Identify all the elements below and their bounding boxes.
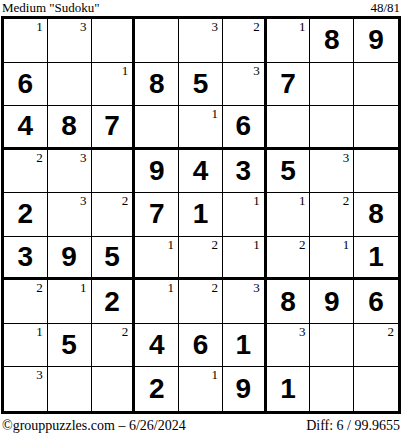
cell-value: 4 xyxy=(149,331,165,359)
cell-r9c4: 2 xyxy=(135,367,179,411)
cell-r1c4[interactable] xyxy=(135,19,179,63)
cell-value: 6 xyxy=(368,288,384,316)
pencil-mark: 1 xyxy=(299,20,306,34)
cell-value: 9 xyxy=(368,26,384,54)
cell-r2c1: 6 xyxy=(4,63,48,107)
puzzle-title: Medium "Sudoku" xyxy=(2,1,100,15)
cell-r4c5: 4 xyxy=(179,150,223,194)
cell-r5c9: 8 xyxy=(354,193,398,237)
cell-value: 5 xyxy=(104,243,120,271)
cell-r3c3: 7 xyxy=(92,106,136,150)
cell-r5c5: 1 xyxy=(179,193,223,237)
cell-r6c9: 1 xyxy=(354,237,398,281)
cell-r7c6[interactable]: 3 xyxy=(223,280,267,324)
cell-r6c3: 5 xyxy=(92,237,136,281)
cell-r6c6[interactable]: 1 xyxy=(223,237,267,281)
cell-r3c5[interactable]: 1 xyxy=(179,106,223,150)
cell-value: 9 xyxy=(61,243,77,271)
pencil-mark: 3 xyxy=(299,325,306,339)
cell-r9c2[interactable] xyxy=(48,367,92,411)
cell-r1c5[interactable]: 3 xyxy=(179,19,223,63)
pencil-mark: 2 xyxy=(388,325,395,339)
cell-r6c8[interactable]: 1 xyxy=(310,237,354,281)
cell-value: 8 xyxy=(149,70,165,98)
cell-value: 6 xyxy=(18,70,34,98)
pencil-mark: 1 xyxy=(211,368,218,382)
pencil-mark: 1 xyxy=(36,325,43,339)
cell-value: 8 xyxy=(280,288,296,316)
cell-r3c6: 6 xyxy=(223,106,267,150)
cell-r7c9: 6 xyxy=(354,280,398,324)
cell-value: 5 xyxy=(280,157,296,185)
cell-value: 5 xyxy=(193,70,209,98)
cell-r4c4: 9 xyxy=(135,150,179,194)
pencil-mark: 3 xyxy=(80,20,87,34)
cell-value: 8 xyxy=(324,26,340,54)
cell-r4c7: 5 xyxy=(267,150,311,194)
pencil-mark: 1 xyxy=(80,281,87,295)
cell-r1c3[interactable] xyxy=(92,19,136,63)
cell-r6c1: 3 xyxy=(4,237,48,281)
cell-value: 1 xyxy=(235,331,251,359)
cell-r4c3[interactable] xyxy=(92,150,136,194)
cell-r5c7[interactable]: 1 xyxy=(267,193,311,237)
cell-r8c9[interactable]: 2 xyxy=(354,324,398,368)
cell-value: 3 xyxy=(235,157,251,185)
cell-r2c6[interactable]: 3 xyxy=(223,63,267,107)
cell-r6c7[interactable]: 2 xyxy=(267,237,311,281)
cell-value: 6 xyxy=(193,331,209,359)
pencil-mark: 3 xyxy=(253,281,260,295)
footer: ©grouppuzzles.com – 6/26/2024 Diff: 6 / … xyxy=(0,414,402,433)
cell-value: 2 xyxy=(18,200,34,228)
pencil-mark: 1 xyxy=(122,64,129,78)
cell-r7c8: 9 xyxy=(310,280,354,324)
cell-r8c6: 1 xyxy=(223,324,267,368)
cell-value: 2 xyxy=(104,288,120,316)
cell-value: 4 xyxy=(193,157,209,185)
cell-r5c4: 7 xyxy=(135,193,179,237)
cell-value: 8 xyxy=(61,112,77,140)
cell-r8c4: 4 xyxy=(135,324,179,368)
cell-r1c1[interactable]: 1 xyxy=(4,19,48,63)
pencil-mark: 2 xyxy=(211,238,218,252)
cell-r4c6: 3 xyxy=(223,150,267,194)
cell-value: 7 xyxy=(149,200,165,228)
cell-r7c2[interactable]: 1 xyxy=(48,280,92,324)
cell-r2c5: 5 xyxy=(179,63,223,107)
cell-r8c2: 5 xyxy=(48,324,92,368)
cell-value: 1 xyxy=(193,200,209,228)
cell-r5c1: 2 xyxy=(4,193,48,237)
cell-r2c9[interactable] xyxy=(354,63,398,107)
cell-value: 2 xyxy=(149,375,165,403)
cell-r4c8[interactable]: 3 xyxy=(310,150,354,194)
cell-value: 3 xyxy=(18,243,34,271)
pencil-mark: 2 xyxy=(343,194,350,208)
pencil-mark: 2 xyxy=(122,194,129,208)
pencil-mark: 1 xyxy=(36,20,43,34)
cell-r8c1[interactable]: 1 xyxy=(4,324,48,368)
cell-r7c3: 2 xyxy=(92,280,136,324)
pencil-mark: 3 xyxy=(80,194,87,208)
pencil-mark: 1 xyxy=(253,194,260,208)
cell-r5c6[interactable]: 1 xyxy=(223,193,267,237)
cell-r8c3[interactable]: 2 xyxy=(92,324,136,368)
pencil-mark: 2 xyxy=(299,238,306,252)
cell-r1c2[interactable]: 3 xyxy=(48,19,92,63)
cell-r4c2[interactable]: 3 xyxy=(48,150,92,194)
cell-r2c2[interactable] xyxy=(48,63,92,107)
cell-r7c7: 8 xyxy=(267,280,311,324)
cell-r2c7: 7 xyxy=(267,63,311,107)
cell-r5c3[interactable]: 2 xyxy=(92,193,136,237)
pencil-mark: 1 xyxy=(211,107,218,121)
header: Medium "Sudoku" 48/81 xyxy=(0,0,402,16)
pencil-mark: 3 xyxy=(80,151,87,165)
cell-r3c4[interactable] xyxy=(135,106,179,150)
pencil-mark: 1 xyxy=(343,238,350,252)
cell-r3c2: 8 xyxy=(48,106,92,150)
cell-r3c7[interactable] xyxy=(267,106,311,150)
sudoku-page: Medium "Sudoku" 48/81 133218961853748716… xyxy=(0,0,402,433)
cell-r1c6[interactable]: 2 xyxy=(223,19,267,63)
cell-r9c6: 9 xyxy=(223,367,267,411)
cell-r3c8[interactable] xyxy=(310,106,354,150)
cell-r8c7[interactable]: 3 xyxy=(267,324,311,368)
cell-value: 1 xyxy=(280,375,296,403)
cell-r6c5[interactable]: 2 xyxy=(179,237,223,281)
pencil-mark: 2 xyxy=(211,281,218,295)
sudoku-grid: 1332189618537487162394353232711128395121… xyxy=(4,19,398,411)
pencil-mark: 3 xyxy=(36,368,43,382)
cell-r6c2: 9 xyxy=(48,237,92,281)
cell-value: 5 xyxy=(61,331,77,359)
cell-value: 7 xyxy=(280,70,296,98)
cell-r2c4: 8 xyxy=(135,63,179,107)
cell-r2c3[interactable]: 1 xyxy=(92,63,136,107)
cell-r5c8[interactable]: 2 xyxy=(310,193,354,237)
cell-r7c5[interactable]: 2 xyxy=(179,280,223,324)
pencil-mark: 2 xyxy=(122,325,129,339)
cell-r9c1[interactable]: 3 xyxy=(4,367,48,411)
cell-r3c1: 4 xyxy=(4,106,48,150)
sudoku-board: 1332189618537487162394353232711128395121… xyxy=(1,16,401,414)
cell-r6c4[interactable]: 1 xyxy=(135,237,179,281)
pencil-mark: 3 xyxy=(343,151,350,165)
cell-r9c7: 1 xyxy=(267,367,311,411)
copyright-text: ©grouppuzzles.com – 6/26/2024 xyxy=(2,418,186,433)
cell-value: 1 xyxy=(368,243,384,271)
progress-counter: 48/81 xyxy=(370,1,400,15)
cell-r7c4[interactable]: 1 xyxy=(135,280,179,324)
cell-r9c8[interactable] xyxy=(310,367,354,411)
cell-r8c5: 6 xyxy=(179,324,223,368)
pencil-mark: 2 xyxy=(253,20,260,34)
pencil-mark: 1 xyxy=(299,194,306,208)
cell-value: 6 xyxy=(235,112,251,140)
cell-r8c8[interactable] xyxy=(310,324,354,368)
cell-value: 9 xyxy=(235,375,251,403)
pencil-mark: 1 xyxy=(253,238,260,252)
cell-r4c9[interactable] xyxy=(354,150,398,194)
pencil-mark: 2 xyxy=(36,151,43,165)
pencil-mark: 2 xyxy=(36,281,43,295)
cell-r4c1[interactable]: 2 xyxy=(4,150,48,194)
cell-r7c1[interactable]: 2 xyxy=(4,280,48,324)
cell-value: 7 xyxy=(104,112,120,140)
cell-r1c8: 8 xyxy=(310,19,354,63)
cell-value: 9 xyxy=(149,157,165,185)
difficulty-text: Diff: 6 / 99.9655 xyxy=(306,418,400,433)
pencil-mark: 1 xyxy=(168,281,175,295)
cell-r9c3[interactable] xyxy=(92,367,136,411)
cell-r2c8[interactable] xyxy=(310,63,354,107)
cell-r9c9[interactable] xyxy=(354,367,398,411)
cell-value: 8 xyxy=(368,200,384,228)
cell-value: 4 xyxy=(18,112,34,140)
cell-r3c9[interactable] xyxy=(354,106,398,150)
cell-r1c7[interactable]: 1 xyxy=(267,19,311,63)
cell-r1c9: 9 xyxy=(354,19,398,63)
cell-r5c2[interactable]: 3 xyxy=(48,193,92,237)
pencil-mark: 3 xyxy=(211,20,218,34)
cell-value: 9 xyxy=(324,288,340,316)
pencil-mark: 1 xyxy=(168,238,175,252)
cell-r9c5[interactable]: 1 xyxy=(179,367,223,411)
pencil-mark: 3 xyxy=(253,64,260,78)
